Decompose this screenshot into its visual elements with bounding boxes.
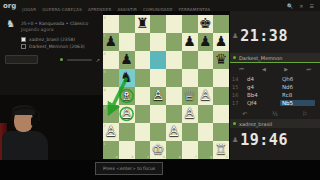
board-grid: 8♜♚♟7♟♟♟6♟♛5♞4♗♙♕♙3♙♙♙2♙a1bc♔defg♖h <box>103 15 229 159</box>
lichess-knight-logo: ♞ <box>6 19 15 29</box>
square-d6[interactable] <box>150 51 166 69</box>
black-king[interactable]: ♚ <box>198 15 214 33</box>
square-h5[interactable] <box>213 69 229 87</box>
nav-item-4[interactable]: COMUNIDADE <box>143 7 173 12</box>
black-move[interactable]: Rc8 <box>280 92 315 98</box>
rank-label: 7 <box>104 34 106 38</box>
file-label: b <box>131 155 133 159</box>
square-f1[interactable]: f <box>182 141 198 159</box>
black-move[interactable]: Nd6 <box>280 84 315 90</box>
black-player-name: Darkest_Memnon (2063) <box>29 44 85 49</box>
square-b6[interactable]: ♟ <box>119 51 135 69</box>
black-queen[interactable]: ♛ <box>213 51 229 69</box>
online-dot <box>233 56 236 59</box>
square-b3[interactable]: ♙ <box>119 105 135 123</box>
focus-hint-box[interactable]: Press <enter> to focus <box>95 162 163 175</box>
draw-offer-icon[interactable]: ½ <box>272 110 278 117</box>
white-pawn[interactable]: ♙ <box>166 123 182 141</box>
move-number: 15 <box>232 84 245 90</box>
white-color-swatch <box>21 37 26 42</box>
online-status-dot <box>60 58 63 61</box>
square-b2[interactable] <box>119 123 135 141</box>
game-status-line: Jogando agora <box>21 27 54 32</box>
black-pawn-icon: ♟ <box>232 32 238 40</box>
square-c6[interactable] <box>135 51 151 69</box>
black-pawn[interactable]: ♟ <box>198 33 214 51</box>
square-d3[interactable] <box>150 105 166 123</box>
black-pawn[interactable]: ♟ <box>182 33 198 51</box>
square-b1[interactable]: b <box>119 141 135 159</box>
rank-label: 6 <box>104 52 106 56</box>
square-d5[interactable] <box>150 69 166 87</box>
square-a5[interactable]: 5 <box>103 69 119 87</box>
square-g3[interactable] <box>198 105 214 123</box>
menu-icon[interactable]: ☰ <box>310 3 314 9</box>
white-pawn[interactable]: ♙ <box>198 87 214 105</box>
file-label: d <box>163 155 165 159</box>
search-icon[interactable]: 🔍 <box>287 3 293 9</box>
square-c8[interactable]: ♜ <box>135 15 151 33</box>
black-color-swatch <box>21 44 26 49</box>
chess-board: 8♜♚♟7♟♟♟6♟♛5♞4♗♙♕♙3♙♙♙2♙a1bc♔defg♖h <box>103 15 229 159</box>
square-a8[interactable]: 8 <box>103 15 119 33</box>
square-h2[interactable] <box>213 123 229 141</box>
top-clock-row: ♟ 21:38 <box>230 27 320 45</box>
first-move-button[interactable]: ⏮ <box>239 66 244 73</box>
white-player-name: xadrez_brasil (2358) <box>29 37 75 42</box>
player-row-white[interactable]: xadrez_brasil (2358) <box>21 37 75 42</box>
nav-item-1[interactable]: QUEBRA-CABEÇAS <box>42 7 82 12</box>
square-a7[interactable]: ♟7 <box>103 33 119 51</box>
white-pawn-icon: ♟ <box>232 136 238 144</box>
square-f6[interactable] <box>182 51 198 69</box>
black-move[interactable]: Qh6 <box>280 76 315 82</box>
square-c3[interactable] <box>135 105 151 123</box>
square-c1[interactable]: c <box>135 141 151 159</box>
top-player-bar[interactable]: Darkest_Memnon <box>230 53 320 62</box>
rank-label: 2 <box>104 124 106 128</box>
bottom-player-name: xadrez_brasil <box>239 121 272 127</box>
file-label: f <box>195 155 196 159</box>
bottom-bar: Press <enter> to focus <box>0 160 320 180</box>
nav-item-3[interactable]: ASSISTIR <box>117 7 137 12</box>
move-list: 14d4Qh615g4Nd616Bb4Rc817Qf4Nb5 <box>232 75 318 107</box>
square-a1[interactable]: a1 <box>103 141 119 159</box>
square-h6[interactable]: ♛ <box>213 51 229 69</box>
white-move[interactable]: d4 <box>245 76 280 82</box>
square-e8[interactable] <box>166 15 182 33</box>
white-queen[interactable]: ♕ <box>182 87 198 105</box>
game-side-panel: ♟ 21:38 Darkest_Memnon ⏮ ◀ ▶ ⏭ 14d4Qh615… <box>230 11 320 180</box>
file-label: e <box>179 155 181 159</box>
square-h8[interactable] <box>213 15 229 33</box>
black-pawn[interactable]: ♟ <box>213 33 229 51</box>
square-g4[interactable]: ♙ <box>198 87 214 105</box>
square-d2[interactable] <box>150 123 166 141</box>
square-h3[interactable] <box>213 105 229 123</box>
prev-move-button[interactable]: ◀ <box>262 66 266 73</box>
black-pawn[interactable]: ♟ <box>119 51 135 69</box>
popout-icon[interactable]: ↗ <box>96 57 100 63</box>
tv-mode-pill[interactable] <box>5 55 38 64</box>
white-pawn[interactable]: ♙ <box>182 105 198 123</box>
player-row-black[interactable]: Darkest_Memnon (2063) <box>21 44 85 49</box>
rank-label: 4 <box>104 88 106 92</box>
square-c4[interactable] <box>135 87 151 105</box>
game-info-line: 25+0 • Ranqueada • Clássico <box>21 21 88 26</box>
square-g2[interactable] <box>198 123 214 141</box>
square-e5[interactable] <box>166 69 182 87</box>
square-c5[interactable] <box>135 69 151 87</box>
square-c2[interactable] <box>135 123 151 141</box>
black-move[interactable]: Nb5 <box>280 100 315 106</box>
bottom-player-bar[interactable]: xadrez_brasil <box>230 119 320 128</box>
square-a4[interactable]: 4 <box>103 87 119 105</box>
volume-slider[interactable] <box>67 59 92 61</box>
move-row: 17Qf4Nb5 <box>232 99 318 107</box>
square-h1[interactable]: ♖h <box>213 141 229 159</box>
move-number: 16 <box>232 92 245 98</box>
move-number: 14 <box>232 76 245 82</box>
square-a6[interactable]: 6 <box>103 51 119 69</box>
headphone-earcup <box>31 117 37 126</box>
nav-menu: JOGARQUEBRA-CABEÇASAPRENDERASSISTIRCOMUN… <box>22 0 216 15</box>
last-move-button[interactable]: ⏭ <box>306 66 311 73</box>
square-h4[interactable] <box>213 87 229 105</box>
square-e6[interactable] <box>166 51 182 69</box>
white-clock: 19:46 <box>240 131 288 149</box>
square-b7[interactable] <box>119 33 135 51</box>
top-player-name: Darkest_Memnon <box>239 55 283 61</box>
site-logo[interactable]: org <box>3 2 16 10</box>
bottom-clock-row: ♟ 19:46 <box>230 131 320 149</box>
white-pawn[interactable]: ♙ <box>150 87 166 105</box>
square-d1[interactable]: ♔d <box>150 141 166 159</box>
file-label: h <box>226 155 228 159</box>
square-a2[interactable]: ♙2 <box>103 123 119 141</box>
square-g1[interactable]: g <box>198 141 214 159</box>
nav-item-2[interactable]: APRENDER <box>88 7 111 12</box>
square-a3[interactable]: 3 <box>103 105 119 123</box>
square-e4[interactable] <box>166 87 182 105</box>
square-g6[interactable] <box>198 51 214 69</box>
square-d7[interactable] <box>150 33 166 51</box>
move-row: 16Bb4Rc8 <box>232 91 318 99</box>
move-row: 15g4Nd6 <box>232 83 318 91</box>
resign-flag-icon[interactable]: ⚐ <box>302 110 307 117</box>
white-move[interactable]: Qf4 <box>245 100 280 106</box>
square-g8[interactable]: ♚ <box>198 15 214 33</box>
square-c7[interactable] <box>135 33 151 51</box>
square-e7[interactable] <box>166 33 182 51</box>
square-d4[interactable]: ♙ <box>150 87 166 105</box>
rank-label: 1 <box>104 142 106 146</box>
square-b8[interactable] <box>119 15 135 33</box>
rank-label: 8 <box>104 16 106 20</box>
rank-label: 3 <box>104 106 106 110</box>
square-g7[interactable]: ♟ <box>198 33 214 51</box>
white-move[interactable]: Bb4 <box>245 92 280 98</box>
square-f3[interactable]: ♙ <box>182 105 198 123</box>
square-e3[interactable] <box>166 105 182 123</box>
close-icon[interactable]: ✕ <box>299 3 303 9</box>
next-move-button[interactable]: ▶ <box>284 66 288 73</box>
square-d8[interactable] <box>150 15 166 33</box>
white-pawn[interactable]: ♙ <box>119 105 135 123</box>
tv-info-panel: ♞ 25+0 • Ranqueada • Clássico Jogando ag… <box>0 11 103 95</box>
file-label: g <box>210 155 212 159</box>
black-clock: 21:38 <box>240 27 288 45</box>
square-e2[interactable]: ♙ <box>166 123 182 141</box>
black-knight[interactable]: ♞ <box>119 69 135 87</box>
move-number: 17 <box>232 100 245 106</box>
move-row: 14d4Qh6 <box>232 75 318 83</box>
square-f2[interactable] <box>182 123 198 141</box>
square-g5[interactable] <box>198 69 214 87</box>
active-player-line <box>230 62 320 63</box>
square-b4[interactable]: ♗ <box>119 87 135 105</box>
file-label: a <box>116 155 118 159</box>
takeback-icon[interactable]: ↶ <box>242 110 247 117</box>
rank-label: 5 <box>104 70 106 74</box>
square-e1[interactable]: e <box>166 141 182 159</box>
focus-hint-text: Press <enter> to focus <box>103 166 155 171</box>
white-bishop[interactable]: ♗ <box>119 87 135 105</box>
square-f8[interactable] <box>182 15 198 33</box>
square-h7[interactable]: ♟ <box>213 33 229 51</box>
square-b5[interactable]: ♞ <box>119 69 135 87</box>
move-playback-controls: ⏮ ◀ ▶ ⏭ <box>230 65 320 73</box>
lichess-tv-screenshot: org JOGARQUEBRA-CABEÇASAPRENDERASSISTIRC… <box>0 0 320 180</box>
game-action-buttons: ↶ ½ ⚐ <box>230 109 320 118</box>
square-f5[interactable] <box>182 69 198 87</box>
black-rook[interactable]: ♜ <box>135 15 151 33</box>
nav-item-0[interactable]: JOGAR <box>22 7 36 12</box>
nav-item-5[interactable]: FERRAMENTAS <box>179 7 211 12</box>
file-label: c <box>147 155 149 159</box>
square-f7[interactable]: ♟ <box>182 33 198 51</box>
online-dot <box>233 122 236 125</box>
square-f4[interactable]: ♕ <box>182 87 198 105</box>
tv-control-row: ↗ <box>5 55 100 64</box>
white-move[interactable]: g4 <box>245 84 280 90</box>
top-nav: org JOGARQUEBRA-CABEÇASAPRENDERASSISTIRC… <box>0 0 320 11</box>
